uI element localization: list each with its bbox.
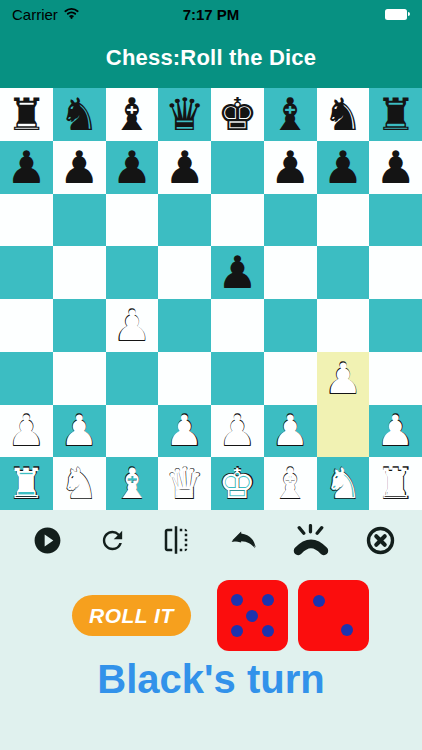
square-c4[interactable]: ♟♙ (106, 299, 159, 352)
square-f2[interactable]: ♟♙ (264, 405, 317, 458)
square-f5[interactable] (264, 246, 317, 299)
turn-indicator: Black's turn (0, 657, 422, 702)
wifi-icon (63, 5, 80, 23)
square-d1[interactable]: ♛♕ (158, 457, 211, 510)
square-f7[interactable]: ♟ (264, 141, 317, 194)
redo-icon (98, 526, 127, 555)
square-a5[interactable] (0, 246, 53, 299)
square-d2[interactable]: ♟♙ (158, 405, 211, 458)
redo-button[interactable] (98, 526, 127, 555)
square-f1[interactable]: ♝♗ (264, 457, 317, 510)
square-h3[interactable] (369, 352, 422, 405)
white-rook: ♜♖ (375, 461, 415, 506)
square-h8[interactable]: ♜ (369, 88, 422, 141)
square-e2[interactable]: ♟♙ (211, 405, 264, 458)
black-pawn: ♟ (217, 250, 257, 295)
square-b2[interactable]: ♟♙ (53, 405, 106, 458)
square-c8[interactable]: ♝ (106, 88, 159, 141)
carrier-label: Carrier (12, 6, 58, 23)
square-e5[interactable]: ♟ (211, 246, 264, 299)
square-h5[interactable] (369, 246, 422, 299)
white-queen: ♛♕ (164, 461, 204, 506)
square-a8[interactable]: ♜ (0, 88, 53, 141)
black-pawn: ♟ (164, 145, 204, 190)
white-rook: ♜♖ (6, 461, 46, 506)
square-c2[interactable] (106, 405, 159, 458)
square-b3[interactable] (53, 352, 106, 405)
app-screen: Carrier 7:17 PM Chess:Roll the Dice ♜♞♝♛… (0, 0, 422, 750)
black-pawn: ♟ (59, 145, 99, 190)
square-a6[interactable] (0, 194, 53, 247)
white-pawn: ♟♙ (164, 408, 204, 453)
white-bishop: ♝♗ (112, 461, 152, 506)
white-pawn: ♟♙ (6, 408, 46, 453)
bottom-panel: ROLL IT Black's turn (0, 510, 422, 702)
play-button[interactable] (32, 525, 63, 556)
square-b8[interactable]: ♞ (53, 88, 106, 141)
play-icon (32, 525, 63, 556)
white-pawn: ♟♙ (217, 408, 257, 453)
square-h2[interactable]: ♟♙ (369, 405, 422, 458)
black-knight: ♞ (59, 92, 99, 137)
toolbar (0, 520, 422, 560)
close-icon (365, 525, 396, 556)
roll-row: ROLL IT (0, 580, 422, 651)
square-c7[interactable]: ♟ (106, 141, 159, 194)
square-d6[interactable] (158, 194, 211, 247)
square-g5[interactable] (317, 246, 370, 299)
square-g2[interactable] (317, 405, 370, 458)
black-pawn: ♟ (375, 145, 415, 190)
square-e6[interactable] (211, 194, 264, 247)
square-b6[interactable] (53, 194, 106, 247)
square-c5[interactable] (106, 246, 159, 299)
square-c1[interactable]: ♝♗ (106, 457, 159, 510)
carrier-group: Carrier (12, 5, 80, 23)
square-e8[interactable]: ♚ (211, 88, 264, 141)
white-knight: ♞♘ (323, 461, 363, 506)
square-h6[interactable] (369, 194, 422, 247)
square-g3[interactable]: ♟♙ (317, 352, 370, 405)
hang-up-icon (293, 524, 330, 557)
white-king: ♚♔ (217, 461, 257, 506)
square-h4[interactable] (369, 299, 422, 352)
white-pawn: ♟♙ (112, 303, 152, 348)
die-2 (298, 580, 369, 651)
flip-board-icon (161, 525, 191, 555)
square-h1[interactable]: ♜♖ (369, 457, 422, 510)
white-pawn: ♟♙ (375, 408, 415, 453)
white-pawn: ♟♙ (270, 408, 310, 453)
square-e1[interactable]: ♚♔ (211, 457, 264, 510)
square-g4[interactable] (317, 299, 370, 352)
black-rook: ♜ (6, 92, 46, 137)
square-f3[interactable] (264, 352, 317, 405)
square-d4[interactable] (158, 299, 211, 352)
roll-button[interactable]: ROLL IT (72, 595, 191, 636)
square-g8[interactable]: ♞ (317, 88, 370, 141)
app-header: Carrier 7:17 PM Chess:Roll the Dice (0, 0, 422, 88)
white-knight: ♞♘ (59, 461, 99, 506)
flip-board-button[interactable] (161, 525, 191, 555)
die-1 (217, 580, 288, 651)
square-b4[interactable] (53, 299, 106, 352)
chess-board: ♜♞♝♛♚♝♞♜♟♟♟♟♟♟♟♟♟♙♟♙♟♙♟♙♟♙♟♙♟♙♟♙♜♖♞♘♝♗♛♕… (0, 88, 422, 510)
black-pawn: ♟ (6, 145, 46, 190)
status-bar: Carrier 7:17 PM (0, 0, 422, 28)
square-a7[interactable]: ♟ (0, 141, 53, 194)
black-pawn: ♟ (323, 145, 363, 190)
black-bishop: ♝ (112, 92, 152, 137)
square-c3[interactable] (106, 352, 159, 405)
undo-button[interactable] (226, 524, 259, 557)
square-d8[interactable]: ♛ (158, 88, 211, 141)
black-king: ♚ (217, 92, 257, 137)
square-f4[interactable] (264, 299, 317, 352)
square-e4[interactable] (211, 299, 264, 352)
square-g1[interactable]: ♞♘ (317, 457, 370, 510)
square-c6[interactable] (106, 194, 159, 247)
white-pawn: ♟♙ (323, 356, 363, 401)
page-title: Chess:Roll the Dice (106, 45, 316, 71)
square-a4[interactable] (0, 299, 53, 352)
black-rook: ♜ (375, 92, 415, 137)
square-b1[interactable]: ♞♘ (53, 457, 106, 510)
square-h7[interactable]: ♟ (369, 141, 422, 194)
square-b5[interactable] (53, 246, 106, 299)
square-g6[interactable] (317, 194, 370, 247)
square-a2[interactable]: ♟♙ (0, 405, 53, 458)
square-a3[interactable] (0, 352, 53, 405)
black-knight: ♞ (323, 92, 363, 137)
square-f6[interactable] (264, 194, 317, 247)
square-f8[interactable]: ♝ (264, 88, 317, 141)
white-pawn: ♟♙ (59, 408, 99, 453)
nav-bar: Chess:Roll the Dice (0, 28, 422, 88)
close-button[interactable] (365, 525, 396, 556)
hang-up-button[interactable] (293, 524, 330, 557)
white-bishop: ♝♗ (270, 461, 310, 506)
square-g7[interactable]: ♟ (317, 141, 370, 194)
black-pawn: ♟ (112, 145, 152, 190)
square-e7[interactable] (211, 141, 264, 194)
black-bishop: ♝ (270, 92, 310, 137)
battery-icon (385, 9, 410, 20)
square-d5[interactable] (158, 246, 211, 299)
square-b7[interactable]: ♟ (53, 141, 106, 194)
undo-icon (226, 524, 259, 557)
square-d7[interactable]: ♟ (158, 141, 211, 194)
square-e3[interactable] (211, 352, 264, 405)
black-queen: ♛ (164, 92, 204, 137)
dice-tray (217, 580, 369, 651)
black-pawn: ♟ (270, 145, 310, 190)
square-d3[interactable] (158, 352, 211, 405)
square-a1[interactable]: ♜♖ (0, 457, 53, 510)
